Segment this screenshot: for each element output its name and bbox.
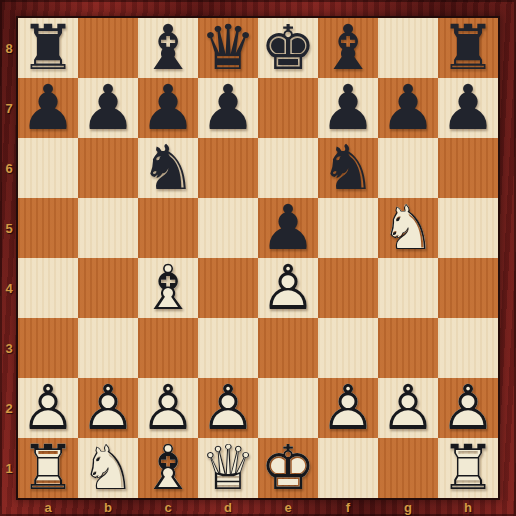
black-pawn-piece: ♟ [78, 78, 138, 138]
white-rook-piece: ♜♖ [18, 438, 78, 498]
chess-board: ♜♝♛♚♝♜♟♟♟♟♟♟♟♞♞♟♞♘♝♗♟♙♟♙♟♙♟♙♟♙♟♙♟♙♟♙♜♖♞♘… [18, 18, 498, 498]
black-pawn-piece: ♟ [318, 78, 378, 138]
rank-label-5: 5 [0, 198, 18, 258]
square-c5[interactable] [138, 198, 198, 258]
white-pawn-piece: ♟♙ [198, 378, 258, 438]
square-a1[interactable]: ♜♖ [18, 438, 78, 498]
white-pawn-piece: ♟♙ [258, 258, 318, 318]
rank-label-1: 1 [0, 438, 18, 498]
white-pawn-piece: ♟♙ [378, 378, 438, 438]
square-a8[interactable]: ♜ [18, 18, 78, 78]
file-label-c: c [138, 498, 198, 516]
white-pawn-piece: ♟♙ [78, 378, 138, 438]
square-e7[interactable] [258, 78, 318, 138]
white-pawn-piece: ♟♙ [318, 378, 378, 438]
black-knight-piece: ♞ [318, 138, 378, 198]
file-label-f: f [318, 498, 378, 516]
square-d2[interactable]: ♟♙ [198, 378, 258, 438]
square-d3[interactable] [198, 318, 258, 378]
square-b3[interactable] [78, 318, 138, 378]
black-pawn-piece: ♟ [138, 78, 198, 138]
square-a6[interactable] [18, 138, 78, 198]
black-pawn-piece: ♟ [378, 78, 438, 138]
square-a4[interactable] [18, 258, 78, 318]
square-b4[interactable] [78, 258, 138, 318]
white-knight-piece: ♞♘ [78, 438, 138, 498]
file-label-d: d [198, 498, 258, 516]
square-h7[interactable]: ♟ [438, 78, 498, 138]
square-f6[interactable]: ♞ [318, 138, 378, 198]
white-pawn-piece: ♟♙ [438, 378, 498, 438]
square-c6[interactable]: ♞ [138, 138, 198, 198]
black-pawn-piece: ♟ [18, 78, 78, 138]
square-b1[interactable]: ♞♘ [78, 438, 138, 498]
rank-label-4: 4 [0, 258, 18, 318]
square-h4[interactable] [438, 258, 498, 318]
square-a2[interactable]: ♟♙ [18, 378, 78, 438]
square-d6[interactable] [198, 138, 258, 198]
square-f5[interactable] [318, 198, 378, 258]
square-b5[interactable] [78, 198, 138, 258]
square-e3[interactable] [258, 318, 318, 378]
square-g1[interactable] [378, 438, 438, 498]
square-e1[interactable]: ♚♔ [258, 438, 318, 498]
rank-label-2: 2 [0, 378, 18, 438]
square-h3[interactable] [438, 318, 498, 378]
black-bishop-piece: ♝ [318, 18, 378, 78]
square-c7[interactable]: ♟ [138, 78, 198, 138]
square-h5[interactable] [438, 198, 498, 258]
rank-label-7: 7 [0, 78, 18, 138]
square-g5[interactable]: ♞♘ [378, 198, 438, 258]
black-bishop-piece: ♝ [138, 18, 198, 78]
square-b2[interactable]: ♟♙ [78, 378, 138, 438]
square-d5[interactable] [198, 198, 258, 258]
white-knight-piece: ♞♘ [378, 198, 438, 258]
rank-label-3: 3 [0, 318, 18, 378]
square-a3[interactable] [18, 318, 78, 378]
square-f2[interactable]: ♟♙ [318, 378, 378, 438]
square-g6[interactable] [378, 138, 438, 198]
square-d7[interactable]: ♟ [198, 78, 258, 138]
square-g7[interactable]: ♟ [378, 78, 438, 138]
file-label-b: b [78, 498, 138, 516]
chess-board-frame: ♜♝♛♚♝♜♟♟♟♟♟♟♟♞♞♟♞♘♝♗♟♙♟♙♟♙♟♙♟♙♟♙♟♙♟♙♜♖♞♘… [0, 0, 516, 516]
square-d1[interactable]: ♛♕ [198, 438, 258, 498]
black-pawn-piece: ♟ [438, 78, 498, 138]
square-c8[interactable]: ♝ [138, 18, 198, 78]
rank-label-8: 8 [0, 18, 18, 78]
square-e4[interactable]: ♟♙ [258, 258, 318, 318]
square-d4[interactable] [198, 258, 258, 318]
square-d8[interactable]: ♛ [198, 18, 258, 78]
white-queen-piece: ♛♕ [198, 438, 258, 498]
black-pawn-piece: ♟ [258, 198, 318, 258]
square-h8[interactable]: ♜ [438, 18, 498, 78]
white-king-piece: ♚♔ [258, 438, 318, 498]
file-label-g: g [378, 498, 438, 516]
black-queen-piece: ♛ [198, 18, 258, 78]
black-rook-piece: ♜ [18, 18, 78, 78]
square-f7[interactable]: ♟ [318, 78, 378, 138]
white-bishop-piece: ♝♗ [138, 258, 198, 318]
file-label-a: a [18, 498, 78, 516]
square-g8[interactable] [378, 18, 438, 78]
white-bishop-piece: ♝♗ [138, 438, 198, 498]
square-e5[interactable]: ♟ [258, 198, 318, 258]
square-a5[interactable] [18, 198, 78, 258]
white-pawn-piece: ♟♙ [138, 378, 198, 438]
black-king-piece: ♚ [258, 18, 318, 78]
square-e2[interactable] [258, 378, 318, 438]
square-c4[interactable]: ♝♗ [138, 258, 198, 318]
square-g4[interactable] [378, 258, 438, 318]
square-f8[interactable]: ♝ [318, 18, 378, 78]
square-h6[interactable] [438, 138, 498, 198]
square-c3[interactable] [138, 318, 198, 378]
square-b6[interactable] [78, 138, 138, 198]
square-e8[interactable]: ♚ [258, 18, 318, 78]
square-b7[interactable]: ♟ [78, 78, 138, 138]
white-pawn-piece: ♟♙ [18, 378, 78, 438]
square-f1[interactable] [318, 438, 378, 498]
square-c1[interactable]: ♝♗ [138, 438, 198, 498]
square-f3[interactable] [318, 318, 378, 378]
square-b8[interactable] [78, 18, 138, 78]
black-knight-piece: ♞ [138, 138, 198, 198]
file-label-h: h [438, 498, 498, 516]
black-rook-piece: ♜ [438, 18, 498, 78]
square-a7[interactable]: ♟ [18, 78, 78, 138]
square-e6[interactable] [258, 138, 318, 198]
square-g2[interactable]: ♟♙ [378, 378, 438, 438]
file-label-e: e [258, 498, 318, 516]
square-h1[interactable]: ♜♖ [438, 438, 498, 498]
square-h2[interactable]: ♟♙ [438, 378, 498, 438]
square-g3[interactable] [378, 318, 438, 378]
black-pawn-piece: ♟ [198, 78, 258, 138]
rank-label-6: 6 [0, 138, 18, 198]
white-rook-piece: ♜♖ [438, 438, 498, 498]
square-f4[interactable] [318, 258, 378, 318]
square-c2[interactable]: ♟♙ [138, 378, 198, 438]
